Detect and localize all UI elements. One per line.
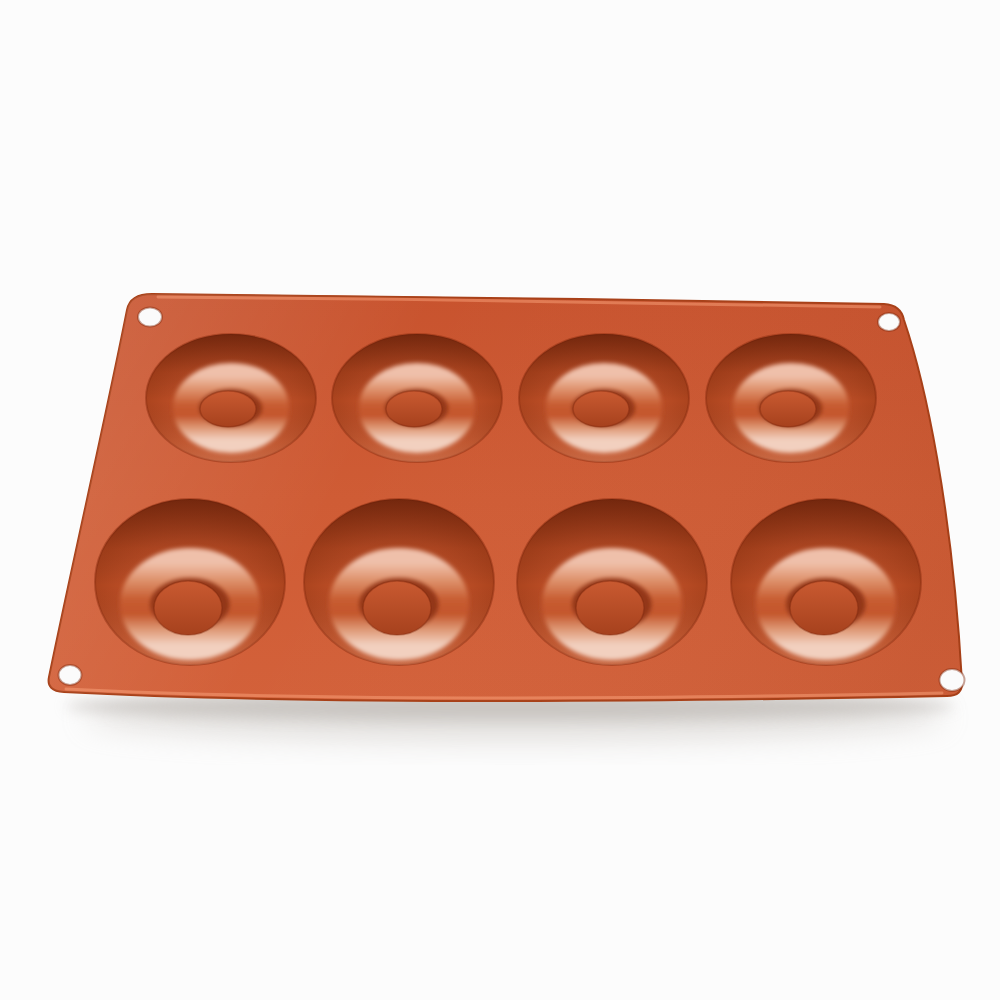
center-post [573,391,629,427]
product-photo [0,0,1000,1000]
center-post [154,581,222,635]
hanging-hole [878,313,900,331]
hanging-hole [59,665,82,685]
silicone-donut-mold-photo [0,0,1000,1000]
center-post [576,581,644,635]
donut-cavity [517,499,707,665]
center-post [363,581,431,635]
donut-cavity [519,334,689,462]
center-post [200,391,256,427]
hanging-hole [940,669,965,691]
donut-cavity [706,334,876,462]
donut-cavity [304,499,494,665]
donut-cavity [332,334,502,462]
donut-cavity [95,499,285,665]
donut-cavity [146,334,316,462]
center-post [760,391,816,427]
center-post [386,391,442,427]
hanging-hole [138,308,162,327]
donut-cavity [731,499,921,665]
center-post [790,581,858,635]
